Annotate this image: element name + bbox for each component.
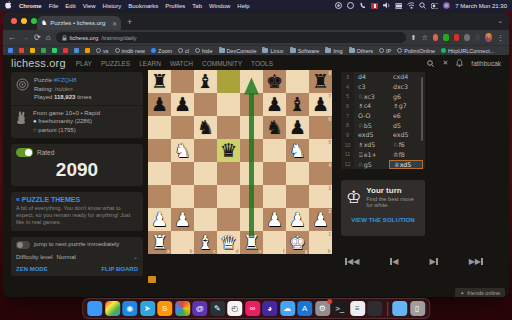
rank-label: 8: [328, 71, 331, 76]
square-d1[interactable]: ♛d: [217, 231, 240, 254]
move-list-scrollbar[interactable]: [421, 77, 423, 141]
black-move[interactable]: d5: [389, 122, 424, 129]
square-f5[interactable]: [263, 139, 286, 162]
white-move[interactable]: d4: [354, 73, 389, 80]
move-number: 7: [341, 111, 354, 121]
user-puzzle-rating: 2090: [16, 159, 138, 181]
bookmark-ip[interactable]: IP: [379, 48, 391, 54]
controls-box: jump to next puzzle immediately Difficul…: [11, 237, 143, 276]
dock-safari-icon[interactable]: ◉: [122, 301, 137, 316]
square-e8[interactable]: [240, 70, 263, 93]
black-queen[interactable]: ♛: [217, 139, 240, 162]
puzzle-themes-link[interactable]: « PUZZLE THEMES: [16, 196, 138, 203]
challenges-icon[interactable]: ✕: [442, 59, 448, 67]
menu-view[interactable]: View: [83, 3, 96, 9]
folder-icon: [325, 48, 331, 53]
extension-icon-2[interactable]: [443, 34, 448, 41]
bookmark-icon-6[interactable]: [74, 48, 79, 53]
spotlight-search-icon[interactable]: [419, 2, 426, 9]
file-label: d: [236, 249, 239, 254]
dock-system-settings-icon[interactable]: ⚙: [315, 301, 330, 316]
white-move[interactable]: ♘xc3: [354, 93, 389, 100]
dock-pie-app-icon[interactable]: ◕: [262, 301, 277, 316]
folder-icon: [290, 48, 296, 53]
shield-icon[interactable]: [347, 2, 354, 9]
square-d4[interactable]: [217, 162, 240, 185]
dock-finder-icon[interactable]: [87, 301, 102, 316]
profile-avatar[interactable]: [485, 33, 492, 42]
square-c8[interactable]: ♝: [194, 70, 217, 93]
extension-icon-3[interactable]: [454, 34, 459, 41]
home-button[interactable]: ⌂: [46, 34, 51, 42]
nav-puzzles[interactable]: PUZZLES: [101, 60, 130, 67]
square-a1[interactable]: ♜a: [148, 231, 171, 254]
nav-watch[interactable]: WATCH: [170, 60, 193, 67]
bookmark-others[interactable]: Others: [349, 48, 374, 54]
nav-tools[interactable]: TOOLS: [251, 60, 273, 67]
rated-box: Rated 2090: [11, 144, 143, 186]
tab-strip: ♞ Puzzles • lichess.org ✕ + ⌄: [3, 12, 509, 30]
square-f1[interactable]: f: [263, 231, 286, 254]
square-b6[interactable]: [171, 116, 194, 139]
square-d8[interactable]: [217, 70, 240, 93]
dock-chrome-icon[interactable]: [175, 301, 190, 316]
black-pawn[interactable]: ♟: [148, 93, 171, 116]
favicon: [151, 48, 156, 53]
puzzle-info-box: Puzzle #FZQH8 Rating: hidden Played 118,…: [11, 72, 143, 138]
next-move-button[interactable]: ▶: [430, 257, 438, 266]
square-g3[interactable]: [286, 185, 309, 208]
lichess-page: lichess.org PLAY PUZZLES LEARN WATCH COM…: [3, 55, 509, 297]
black-move[interactable]: e6: [389, 112, 424, 119]
square-e7[interactable]: [240, 93, 263, 116]
square-h3[interactable]: 3: [309, 185, 332, 208]
zen-mode-button[interactable]: ZEN MODE: [16, 266, 48, 272]
rank-label: 1: [328, 232, 331, 237]
your-turn-title: Your turn: [366, 186, 420, 195]
move-row: 10♗xd5♘f6: [341, 140, 425, 150]
black-bishop[interactable]: ♝: [286, 93, 309, 116]
bookmarks-bar: vsimdb newZoomclhideDevConsoleLinuxSoftw…: [3, 45, 509, 55]
folder-icon: [262, 48, 268, 53]
move-list: 3d4cxd44c3dxc35♘xc3g66♗c4♗g77O-Oe68♘b5d5…: [341, 72, 425, 169]
move-row: 12♘g5♕xd5: [341, 159, 425, 169]
macos-dock: ◉➤S@✎◴∞◕☁A⚙>_≡▯: [82, 298, 430, 319]
square-e4[interactable]: [240, 162, 263, 185]
bookmark-devconsole[interactable]: DevConsole: [219, 48, 257, 54]
dock-downloads-folder-icon[interactable]: [392, 301, 407, 316]
player-black-row[interactable]: ○ partoni (1795): [33, 126, 100, 135]
black-move[interactable]: g6: [389, 93, 424, 100]
bookmark-icon-3[interactable]: [41, 48, 46, 53]
square-d3[interactable]: [217, 185, 240, 208]
browser-toolbar: ← → ⟳ ⌂ lichess.org/training/daily ⬆ ☆ ⋮: [3, 30, 509, 45]
square-g4[interactable]: [286, 162, 309, 185]
rated-toggle[interactable]: [16, 148, 33, 157]
square-b4[interactable]: [171, 162, 194, 185]
move-row: 9exd5exd5: [341, 130, 425, 140]
difficulty-label: Difficulty level: [16, 254, 53, 261]
bell-icon[interactable]: [456, 59, 463, 67]
rank-label: 4: [328, 163, 331, 168]
tab-title: Puzzles • lichess.org: [50, 20, 109, 26]
dock-app-store-icon[interactable]: A: [297, 301, 312, 316]
square-d5[interactable]: ♛: [217, 139, 240, 162]
collapse-triangle-icon: ▲: [460, 290, 464, 295]
flip-board-button[interactable]: FLIP BOARD: [101, 266, 138, 272]
bookmark-vs[interactable]: vs: [96, 48, 109, 54]
puzzle-id-line: Puzzle #FZQH8: [34, 76, 91, 85]
favicon: [30, 48, 35, 53]
dock-launchpad-icon[interactable]: [105, 301, 120, 316]
rank-label: 7: [328, 94, 331, 99]
rank-label: 6: [328, 117, 331, 122]
black-move[interactable]: cxd4: [389, 73, 424, 80]
favicon: [19, 48, 24, 53]
phone-icon[interactable]: [359, 2, 366, 9]
back-button[interactable]: ←: [8, 34, 16, 42]
dock-mail-app-icon[interactable]: @: [192, 301, 207, 316]
black-pawn[interactable]: ♟: [263, 93, 286, 116]
site-logo[interactable]: lichess.org: [11, 57, 66, 69]
square-f8[interactable]: ♚: [263, 70, 286, 93]
bookmark-httpurlconnect-[interactable]: HttpURLConnect...: [441, 48, 494, 54]
square-a2[interactable]: ♟: [148, 208, 171, 231]
nav-community[interactable]: COMMUNITY: [202, 60, 242, 67]
puzzle-sidebar: Puzzle #FZQH8 Rating: hidden Played 118,…: [11, 72, 143, 276]
menu-help[interactable]: Help: [237, 3, 249, 9]
square-e6[interactable]: [240, 116, 263, 139]
bookmark-icon-0[interactable]: [8, 48, 13, 53]
username[interactable]: fatihbucak: [471, 60, 501, 67]
square-c6[interactable]: ♞: [194, 116, 217, 139]
bookmark-icon-1[interactable]: [19, 48, 24, 53]
square-c5[interactable]: [194, 139, 217, 162]
puzzle-played-line: Played 118,923 times: [34, 93, 91, 102]
move-number: 11: [341, 150, 354, 160]
square-f3[interactable]: [263, 185, 286, 208]
white-move[interactable]: O-O: [354, 112, 389, 119]
friends-online-bar[interactable]: ▲ friends online: [455, 288, 505, 297]
square-c3[interactable]: [194, 185, 217, 208]
dock-dark-app-icon[interactable]: [367, 301, 382, 316]
black-pawn[interactable]: ♟: [286, 116, 309, 139]
square-c4[interactable]: [194, 162, 217, 185]
new-tab-button[interactable]: +: [127, 18, 132, 27]
square-e3[interactable]: [240, 185, 263, 208]
square-a4[interactable]: [148, 162, 171, 185]
square-a8[interactable]: ♜: [148, 70, 171, 93]
menu-tab[interactable]: Tab: [192, 3, 202, 9]
tab-search-chevron-icon[interactable]: ⌄: [497, 17, 503, 25]
move-number: 12: [341, 159, 354, 169]
menu-edit[interactable]: Edit: [65, 3, 75, 9]
lichess-favicon: ♞: [41, 19, 47, 27]
bookmark-icon-5[interactable]: [63, 48, 68, 53]
square-c2[interactable]: [194, 208, 217, 231]
black-move[interactable]: exd5: [389, 131, 424, 138]
black-move[interactable]: ♗g7: [389, 102, 424, 109]
square-b2[interactable]: ♟: [171, 208, 194, 231]
square-h8[interactable]: ♜8: [309, 70, 332, 93]
player-white-row[interactable]: ● freehumanity (2286): [33, 117, 100, 126]
move-row: 8♘b5d5: [341, 120, 425, 130]
dock-sublime-icon[interactable]: S: [157, 301, 172, 316]
jump-toggle[interactable]: [16, 241, 30, 249]
square-g1[interactable]: ♚g: [286, 231, 309, 254]
menu-bookmarks[interactable]: Bookmarks: [128, 3, 158, 9]
bookmark-linux[interactable]: Linux: [262, 48, 283, 54]
square-a5[interactable]: [148, 139, 171, 162]
white-knight[interactable]: ♞: [286, 139, 309, 162]
black-pawn[interactable]: ♟: [171, 93, 194, 116]
menu-history[interactable]: History: [103, 3, 122, 9]
move-number: 4: [341, 82, 354, 92]
move-row: 11♖e1+♔f8: [341, 150, 425, 160]
move-row: 5♘xc3g6: [341, 91, 425, 101]
dock-textedit-icon[interactable]: ≡: [350, 301, 365, 316]
difficulty-select[interactable]: Normal ⌄: [57, 254, 138, 261]
black-king[interactable]: ♚: [263, 70, 286, 93]
black-move[interactable]: ♘f6: [389, 141, 424, 148]
share-icon[interactable]: ⬆: [411, 34, 417, 42]
square-e5[interactable]: [240, 139, 263, 162]
bookmark-software[interactable]: Software: [290, 48, 320, 54]
extensions-puzzle-icon[interactable]: [464, 34, 469, 41]
notification-badge: [327, 299, 332, 304]
black-bishop[interactable]: ♝: [194, 70, 217, 93]
black-knight[interactable]: ♞: [263, 116, 286, 139]
control-center-icon[interactable]: [431, 2, 438, 9]
white-knight[interactable]: ♞: [171, 139, 194, 162]
bookmark-imdb-new[interactable]: imdb new: [115, 48, 146, 54]
volume-icon[interactable]: [383, 2, 390, 9]
lock-icon: [62, 35, 67, 41]
white-pawn[interactable]: ♟: [263, 208, 286, 231]
siri-icon[interactable]: [443, 2, 450, 9]
record-icon[interactable]: [335, 2, 342, 9]
white-pawn[interactable]: ♟: [286, 208, 309, 231]
move-number: 6: [341, 101, 354, 111]
square-b5[interactable]: ♞: [171, 139, 194, 162]
file-label: f: [283, 249, 285, 254]
square-g7[interactable]: ♝: [286, 93, 309, 116]
globe-icon: [397, 48, 402, 53]
white-move[interactable]: ♗c4: [354, 102, 389, 109]
move-row: 4c3dxc3: [341, 82, 425, 92]
square-h7[interactable]: ♟7: [309, 93, 332, 116]
dock-clock-app-icon[interactable]: ◴: [227, 301, 242, 316]
rated-label: Rated: [37, 149, 54, 156]
bookmark-img[interactable]: Img: [325, 48, 342, 54]
view-solution-link[interactable]: VIEW THE SOLUTION: [346, 216, 420, 223]
url-host: lichess.org: [70, 35, 99, 41]
browser-tab[interactable]: ♞ Puzzles • lichess.org ✕: [37, 16, 121, 30]
menubar-clock[interactable]: 7 March Mon 21:30: [455, 3, 507, 9]
menu-profiles[interactable]: Profiles: [165, 3, 185, 9]
white-move[interactable]: ♘b5: [354, 122, 389, 129]
previous-move-button[interactable]: ◀: [390, 257, 398, 266]
white-move[interactable]: ♖e1+: [354, 151, 389, 158]
square-f6[interactable]: ♞: [263, 116, 286, 139]
favicon: [52, 48, 57, 53]
move-row: 7O-Oe6: [341, 111, 425, 121]
square-a3[interactable]: [148, 185, 171, 208]
square-b8[interactable]: [171, 70, 194, 93]
bookmark-star-icon[interactable]: ☆: [421, 34, 427, 42]
square-h6[interactable]: 6: [309, 116, 332, 139]
favicon: [63, 48, 68, 53]
rabbit-icon: [16, 111, 28, 124]
bookmark-polimionline[interactable]: PolimiOnline: [397, 48, 435, 54]
file-label: c: [213, 249, 216, 254]
white-move[interactable]: ♘g5: [354, 161, 389, 168]
dock-weather-app-icon[interactable]: ☁: [280, 301, 295, 316]
white-move[interactable]: c3: [354, 83, 389, 90]
square-f7[interactable]: ♟: [263, 93, 286, 116]
move-number: 8: [341, 120, 354, 130]
extension-icon-4[interactable]: [475, 34, 480, 41]
themes-box: « PUZZLE THEMES A bit of everything. You…: [11, 192, 143, 231]
url-path: /training/daily: [101, 35, 136, 41]
current-move[interactable]: ♕xd5: [389, 160, 423, 169]
bookmark-zoom[interactable]: Zoom: [151, 48, 172, 54]
bookmark-cl[interactable]: cl: [178, 48, 189, 54]
square-c1[interactable]: ♝c: [194, 231, 217, 254]
dock-trash-icon[interactable]: ▯: [410, 301, 425, 316]
file-label: b: [190, 249, 193, 254]
move-number: 3: [341, 72, 354, 82]
folder-icon: [219, 48, 225, 53]
search-icon[interactable]: [427, 60, 434, 67]
favicon: [85, 48, 90, 53]
globe-icon: [178, 48, 183, 53]
favicon: [441, 48, 446, 53]
menu-file[interactable]: File: [49, 3, 59, 9]
file-label: g: [305, 249, 308, 254]
target-icon: [16, 78, 29, 91]
from-game-link[interactable]: From game 10+0 • Rapid: [33, 109, 100, 118]
white-move[interactable]: exd5: [354, 131, 389, 138]
move-row: 3d4cxd4: [341, 72, 425, 82]
file-label: h: [328, 249, 331, 254]
white-move[interactable]: ♗xd5: [354, 141, 389, 148]
black-rook[interactable]: ♜: [148, 70, 171, 93]
wifi-icon[interactable]: [407, 2, 414, 9]
rank-label: 5: [328, 140, 331, 145]
bookmark-icon-2[interactable]: [30, 48, 35, 53]
black-knight[interactable]: ♞: [194, 116, 217, 139]
nav-play[interactable]: PLAY: [76, 60, 92, 67]
square-h2[interactable]: ♟2: [309, 208, 332, 231]
square-c7[interactable]: [194, 93, 217, 116]
puzzle-nav: ◀◀ ◀ ▶ ▶▶: [341, 257, 487, 266]
dock-telegram-icon[interactable]: ➤: [140, 301, 155, 316]
dock-terminal-icon[interactable]: >_: [332, 301, 347, 316]
dock-infinity-app-icon[interactable]: ∞: [245, 301, 260, 316]
dock-notes-pen-icon[interactable]: ✎: [210, 301, 225, 316]
square-a6[interactable]: [148, 116, 171, 139]
square-e1[interactable]: ♜e: [240, 231, 263, 254]
chevron-down-icon: ⌄: [133, 254, 138, 261]
favicon: [8, 48, 13, 53]
extension-icon-1[interactable]: [433, 34, 438, 41]
your-turn-panel: ♔ Your turn Find the best move for white…: [341, 180, 425, 236]
move-number: 5: [341, 91, 354, 101]
square-b7[interactable]: ♟: [171, 93, 194, 116]
file-label: e: [259, 249, 262, 254]
square-g6[interactable]: ♟: [286, 116, 309, 139]
square-g8[interactable]: [286, 70, 309, 93]
file-label: a: [167, 249, 170, 254]
menu-window[interactable]: Window: [209, 3, 230, 9]
move-number: 10: [341, 140, 354, 150]
globe-icon: [96, 48, 101, 53]
tab-close-icon[interactable]: ✕: [112, 20, 117, 27]
globe-icon: [195, 48, 200, 53]
move-row: 6♗c4♗g7: [341, 101, 425, 111]
battery-icon: [395, 2, 402, 9]
puzzle-id-link[interactable]: #FZQH8: [54, 77, 77, 83]
black-move[interactable]: ♔f8: [389, 151, 424, 158]
reload-button[interactable]: ⟳: [34, 34, 41, 42]
close-window-button[interactable]: [11, 18, 17, 24]
chessboard[interactable]: ♜♝♚♜8♟♟♟♝♟7♞♞♟6♞♛♞543♟♟♟♟♟2♜ab♝c♛d♜ef♚g1…: [148, 70, 332, 254]
bookmark-hide[interactable]: hide: [195, 48, 212, 54]
white-pawn[interactable]: ♟: [171, 208, 194, 231]
nav-learn[interactable]: LEARN: [139, 60, 161, 67]
puzzle-rating-line: Rating: hidden: [34, 85, 91, 94]
square-g2[interactable]: ♟: [286, 208, 309, 231]
address-bar[interactable]: lichess.org/training/daily: [56, 32, 406, 43]
square-b3[interactable]: [171, 185, 194, 208]
site-header: lichess.org PLAY PUZZLES LEARN WATCH COM…: [3, 55, 509, 71]
flag-icon[interactable]: [371, 2, 378, 9]
bookmark-icon-4[interactable]: [52, 48, 57, 53]
rank-label: 3: [328, 186, 331, 191]
themes-description: A bit of everything. You don't know what…: [16, 205, 138, 227]
bookmark-icon-7[interactable]: [85, 48, 90, 53]
square-d2[interactable]: [217, 208, 240, 231]
square-f4[interactable]: [263, 162, 286, 185]
browser-menu-icon[interactable]: ⋮: [497, 34, 504, 42]
square-h5[interactable]: 5: [309, 139, 332, 162]
dock-separator: [387, 302, 388, 316]
square-a7[interactable]: ♟: [148, 93, 171, 116]
last-move-button[interactable]: ▶▶: [469, 257, 483, 266]
rank-label: 2: [328, 209, 331, 214]
board-menu-button[interactable]: [148, 276, 156, 283]
square-e2[interactable]: [240, 208, 263, 231]
square-h1[interactable]: 1h: [309, 231, 332, 254]
square-g5[interactable]: ♞: [286, 139, 309, 162]
square-b1[interactable]: b: [171, 231, 194, 254]
favicon: [74, 48, 79, 53]
apple-menu-icon[interactable]: [5, 1, 12, 10]
square-f2[interactable]: ♟: [263, 208, 286, 231]
forward-button[interactable]: →: [21, 34, 29, 42]
first-move-button[interactable]: ◀◀: [345, 257, 359, 266]
square-d7[interactable]: [217, 93, 240, 116]
menu-chrome[interactable]: Chrome: [19, 3, 42, 9]
square-h4[interactable]: 4: [309, 162, 332, 185]
desktop: Chrome File Edit View History Bookmarks …: [0, 0, 512, 320]
white-pawn[interactable]: ♟: [148, 208, 171, 231]
black-move[interactable]: dxc3: [389, 83, 424, 90]
square-d6[interactable]: [217, 116, 240, 139]
browser-window: ♞ Puzzles • lichess.org ✕ + ⌄ ← → ⟳ ⌂ li…: [3, 12, 509, 297]
minimize-window-button[interactable]: [21, 18, 27, 24]
